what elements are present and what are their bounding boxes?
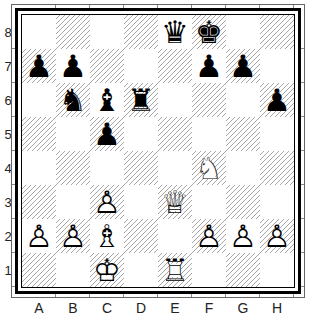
black-pawn-h6: ♟♟ (260, 83, 294, 117)
square-c2: ♝♗ (90, 219, 124, 253)
file-label-g: G (226, 294, 260, 316)
square-b7: ♟♟ (56, 49, 90, 83)
chess-diagram: 87654321 ♛♛♚♚♟♟♟♟♟♟♟♟♞♞♝♝♜♜♟♟♟♟♞♘♟♙♛♕♟♙♟… (1, 8, 301, 316)
square-e8: ♛♛ (158, 15, 192, 49)
white-queen-e3: ♛♕ (158, 185, 192, 219)
white-pawn-h2: ♟♙ (260, 219, 294, 253)
square-c6: ♝♝ (90, 83, 124, 117)
square-f8: ♚♚ (192, 15, 226, 49)
square-g6 (226, 83, 260, 117)
square-e5 (158, 117, 192, 151)
file-labels: ABCDEFGH (15, 294, 301, 316)
square-c8 (90, 15, 124, 49)
black-king-f8: ♚♚ (192, 15, 226, 49)
square-c4 (90, 151, 124, 185)
tick-marks-bottom (22, 294, 294, 297)
square-g4 (226, 151, 260, 185)
square-d1 (124, 253, 158, 287)
square-h1 (260, 253, 294, 287)
square-e4 (158, 151, 192, 185)
white-pawn-a2: ♟♙ (22, 219, 56, 253)
square-h5 (260, 117, 294, 151)
square-g5 (226, 117, 260, 151)
square-e1: ♜♖ (158, 253, 192, 287)
square-b6: ♞♞ (56, 83, 90, 117)
black-knight-b6: ♞♞ (56, 83, 90, 117)
square-f5 (192, 117, 226, 151)
black-rook-d6: ♜♜ (124, 83, 158, 117)
square-a7: ♟♟ (22, 49, 56, 83)
square-f1 (192, 253, 226, 287)
square-a1 (22, 253, 56, 287)
tick-marks-left (12, 15, 15, 287)
white-pawn-b2: ♟♙ (56, 219, 90, 253)
square-d6: ♜♜ (124, 83, 158, 117)
square-e6 (158, 83, 192, 117)
square-a6 (22, 83, 56, 117)
tick-marks-right (301, 15, 304, 287)
square-b5 (56, 117, 90, 151)
square-b4 (56, 151, 90, 185)
black-pawn-g7: ♟♟ (226, 49, 260, 83)
square-f4: ♞♘ (192, 151, 226, 185)
file-label-c: C (90, 294, 124, 316)
square-g1 (226, 253, 260, 287)
file-label-e: E (158, 294, 192, 316)
square-f2: ♟♙ (192, 219, 226, 253)
square-e2 (158, 219, 192, 253)
square-h3 (260, 185, 294, 219)
white-rook-e1: ♜♖ (158, 253, 192, 287)
square-h7 (260, 49, 294, 83)
square-b8 (56, 15, 90, 49)
square-f7: ♟♟ (192, 49, 226, 83)
white-bishop-c2: ♝♗ (90, 219, 124, 253)
white-king-c1: ♚♔ (90, 253, 124, 287)
square-a5 (22, 117, 56, 151)
file-label-h: H (260, 294, 294, 316)
file-label-f: F (192, 294, 226, 316)
square-h4 (260, 151, 294, 185)
square-c7 (90, 49, 124, 83)
square-d8 (124, 15, 158, 49)
black-pawn-a7: ♟♟ (22, 49, 56, 83)
square-b1 (56, 253, 90, 287)
square-d7 (124, 49, 158, 83)
black-pawn-b7: ♟♟ (56, 49, 90, 83)
square-a3 (22, 185, 56, 219)
square-c1: ♚♔ (90, 253, 124, 287)
black-pawn-c5: ♟♟ (90, 117, 124, 151)
square-d4 (124, 151, 158, 185)
white-pawn-f2: ♟♙ (192, 219, 226, 253)
square-a4 (22, 151, 56, 185)
square-b3 (56, 185, 90, 219)
square-b2: ♟♙ (56, 219, 90, 253)
square-h6: ♟♟ (260, 83, 294, 117)
white-knight-f4: ♞♘ (192, 151, 226, 185)
file-label-a: A (22, 294, 56, 316)
square-h2: ♟♙ (260, 219, 294, 253)
black-bishop-c6: ♝♝ (90, 83, 124, 117)
tick-marks-top (22, 5, 294, 8)
square-g8 (226, 15, 260, 49)
square-h8 (260, 15, 294, 49)
square-f3 (192, 185, 226, 219)
square-a2: ♟♙ (22, 219, 56, 253)
square-e3: ♛♕ (158, 185, 192, 219)
square-a8 (22, 15, 56, 49)
square-c3: ♟♙ (90, 185, 124, 219)
white-pawn-c3: ♟♙ (90, 185, 124, 219)
square-d5 (124, 117, 158, 151)
square-e7 (158, 49, 192, 83)
square-g7: ♟♟ (226, 49, 260, 83)
square-d3 (124, 185, 158, 219)
file-label-b: B (56, 294, 90, 316)
white-pawn-g2: ♟♙ (226, 219, 260, 253)
chess-board: ♛♛♚♚♟♟♟♟♟♟♟♟♞♞♝♝♜♜♟♟♟♟♞♘♟♙♛♕♟♙♟♙♝♗♟♙♟♙♟♙… (21, 14, 295, 288)
square-f6 (192, 83, 226, 117)
file-label-d: D (124, 294, 158, 316)
board-frame: ♛♛♚♚♟♟♟♟♟♟♟♟♞♞♝♝♜♜♟♟♟♟♞♘♟♙♛♕♟♙♟♙♝♗♟♙♟♙♟♙… (15, 8, 301, 294)
square-c5: ♟♟ (90, 117, 124, 151)
black-pawn-f7: ♟♟ (192, 49, 226, 83)
square-g2: ♟♙ (226, 219, 260, 253)
square-d2 (124, 219, 158, 253)
square-g3 (226, 185, 260, 219)
black-queen-e8: ♛♛ (158, 15, 192, 49)
